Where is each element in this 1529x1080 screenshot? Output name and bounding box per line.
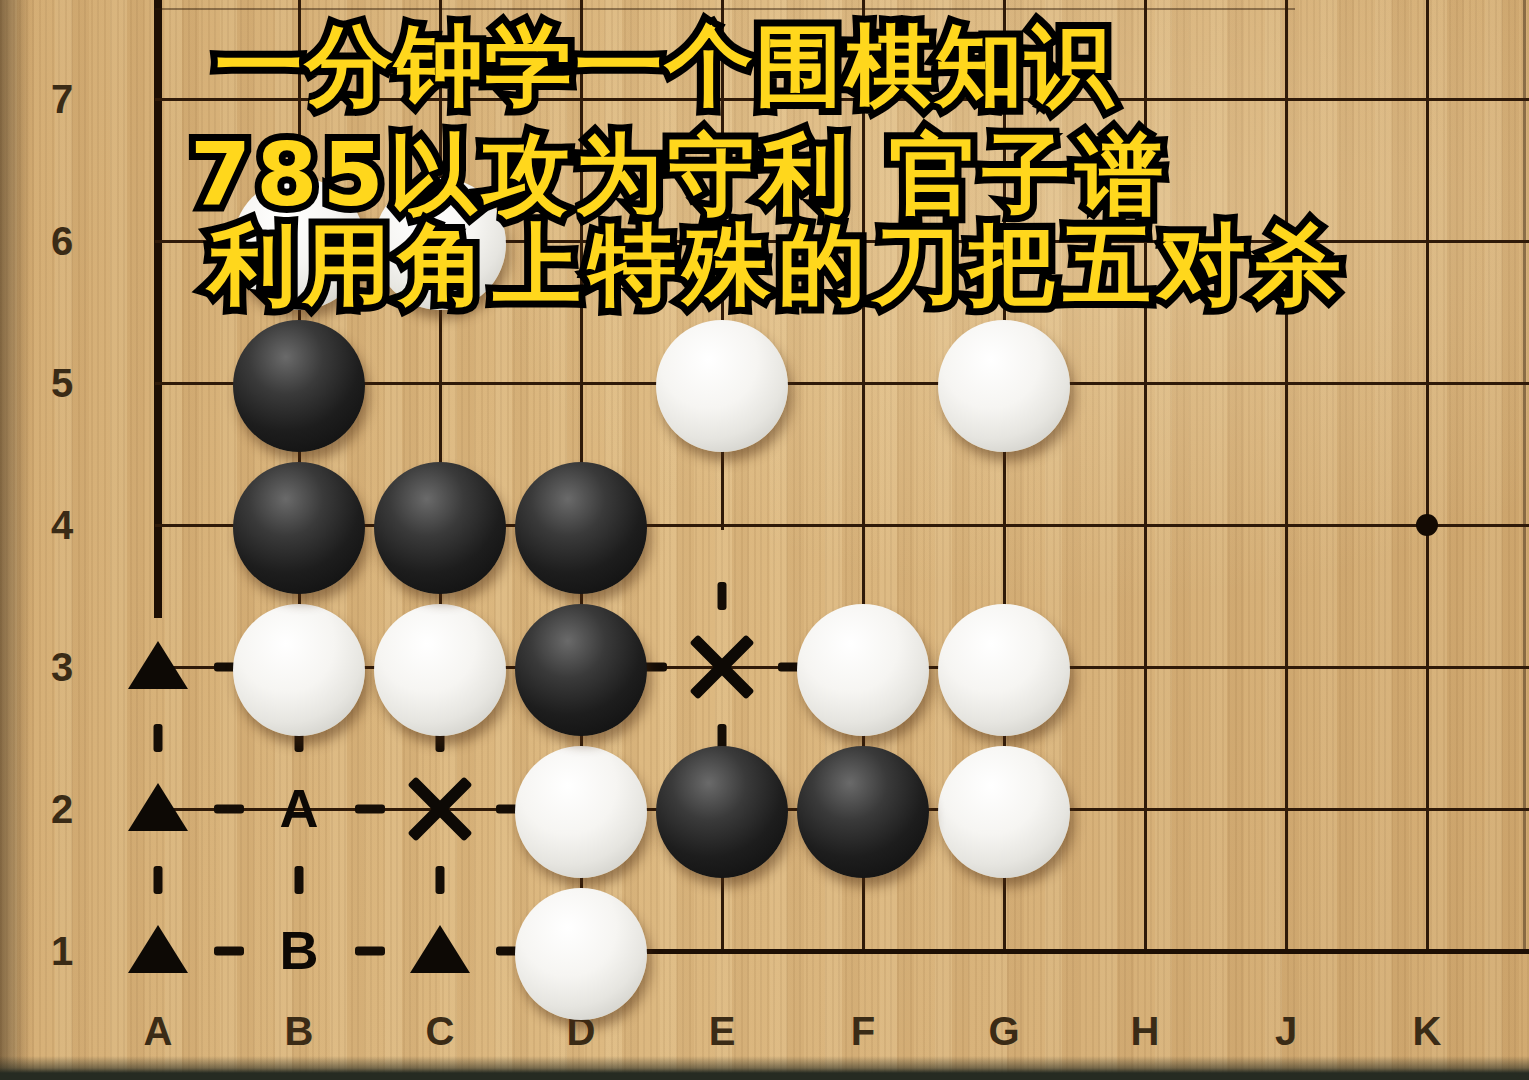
dash-mark-B1-C1 — [355, 947, 385, 956]
column-label-A: A — [144, 1009, 173, 1054]
dash-mark-A2-A1 — [154, 866, 163, 894]
white-stone-G2 — [938, 746, 1070, 878]
caption-line-3: 利用角上特殊的刀把五对杀 利用角上特殊的刀把五对杀 — [208, 219, 1348, 311]
dash-mark-A3-A2 — [154, 724, 163, 752]
video-frame: ABCDEFGHJK7654321AB 一分钟学一个围棋知识 一分钟学一个围棋知… — [0, 0, 1529, 1080]
row-label-2: 2 — [51, 787, 73, 832]
white-stone-F3 — [797, 604, 929, 736]
column-label-K: K — [1413, 1009, 1442, 1054]
column-label-G: G — [988, 1009, 1019, 1054]
black-stone-B5 — [233, 320, 365, 452]
x-mark-C2 — [408, 777, 472, 841]
x-mark-E3 — [690, 635, 754, 699]
dash-mark-B2-B1 — [295, 866, 304, 894]
white-stone-E5 — [656, 320, 788, 452]
black-stone-D3 — [515, 604, 647, 736]
dash-mark-E4-E3 — [718, 582, 727, 610]
grid-line-h-8-partial — [155, 8, 1295, 10]
black-stone-B4 — [233, 462, 365, 594]
bottom-edge-shadow — [0, 1056, 1529, 1080]
triangle-mark-C1 — [410, 925, 470, 973]
triangle-mark-A3 — [128, 641, 188, 689]
left-edge-shadow — [0, 0, 30, 1080]
dash-mark-B2-C2 — [355, 805, 385, 814]
column-label-C: C — [426, 1009, 455, 1054]
black-stone-E2 — [656, 746, 788, 878]
white-stone-G3 — [938, 604, 1070, 736]
dash-mark-A2-B2 — [214, 805, 244, 814]
grid-line-h-1 — [575, 949, 1529, 954]
black-stone-F2 — [797, 746, 929, 878]
column-label-E: E — [709, 1009, 736, 1054]
white-stone-B3 — [233, 604, 365, 736]
column-label-H: H — [1131, 1009, 1160, 1054]
caption-line-2: 785以攻为守利 官子谱 785以攻为守利 官子谱 — [190, 129, 1168, 221]
column-label-F: F — [851, 1009, 875, 1054]
dash-mark-C2-C1 — [436, 866, 445, 894]
column-label-J: J — [1275, 1009, 1297, 1054]
caption-line-2-text: 785以攻为守利 官子谱 — [190, 123, 1168, 226]
star-point-K4 — [1416, 514, 1438, 536]
white-stone-D1 — [515, 888, 647, 1020]
row-label-6: 6 — [51, 219, 73, 264]
letter-mark-B2: A — [280, 777, 319, 839]
caption-line-1: 一分钟学一个围棋知识 一分钟学一个围棋知识 — [215, 20, 1115, 112]
triangle-mark-A1 — [128, 925, 188, 973]
triangle-mark-A2 — [128, 783, 188, 831]
white-stone-D2 — [515, 746, 647, 878]
letter-mark-B1: B — [280, 919, 319, 981]
row-label-5: 5 — [51, 361, 73, 406]
white-stone-C3 — [374, 604, 506, 736]
row-label-4: 4 — [51, 503, 73, 548]
row-label-1: 1 — [51, 929, 73, 974]
black-stone-C4 — [374, 462, 506, 594]
dash-mark-A1-B1 — [214, 947, 244, 956]
row-label-3: 3 — [51, 645, 73, 690]
caption-line-3-text: 利用角上特殊的刀把五对杀 — [208, 213, 1348, 316]
row-label-7: 7 — [51, 77, 73, 122]
caption-line-1-text: 一分钟学一个围棋知识 — [215, 14, 1115, 117]
white-stone-G5 — [938, 320, 1070, 452]
column-label-B: B — [285, 1009, 314, 1054]
black-stone-D4 — [515, 462, 647, 594]
